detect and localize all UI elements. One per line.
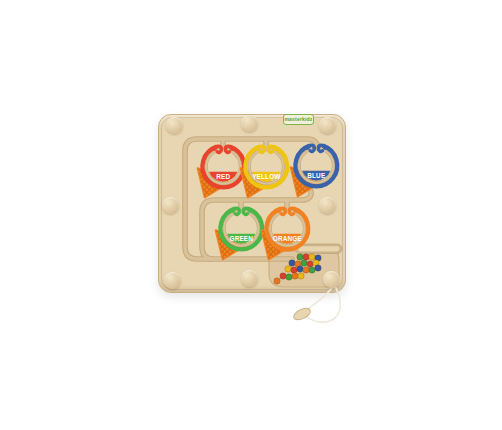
wood-bump [162, 197, 179, 214]
bead-blue [297, 266, 303, 272]
masterkidz-logo: masterkidz [283, 114, 314, 125]
bead-orange [303, 267, 309, 273]
scoop-label: YELLOW [252, 173, 280, 180]
scoop-label: ORANGE [273, 235, 302, 242]
wood-bump [241, 270, 258, 287]
bead-red [280, 273, 286, 279]
wood-bump [164, 272, 181, 289]
bead-red [307, 261, 313, 267]
scoop-label: RED [216, 173, 230, 180]
bead-green [309, 267, 315, 273]
wood-bump [319, 197, 336, 214]
bead-green [286, 274, 292, 280]
bead-yellow [298, 273, 304, 279]
wand-string [306, 286, 340, 322]
scoop-label: GREEN [230, 235, 254, 242]
bead-orange [274, 278, 280, 284]
scoop-blue: BLUE [285, 140, 343, 198]
wood-bump [241, 115, 258, 132]
wood-bump [166, 117, 183, 134]
scoop-orange: ORANGE [256, 203, 314, 261]
product-photo: RED YELLOW BLUE [0, 0, 502, 430]
bead-blue [315, 265, 321, 271]
wood-bump [319, 117, 336, 134]
bead-yellow [285, 266, 291, 272]
bead-red [291, 267, 297, 273]
wood-bump [323, 271, 340, 288]
scoop-label: BLUE [307, 172, 325, 179]
bead-orange [292, 273, 298, 279]
